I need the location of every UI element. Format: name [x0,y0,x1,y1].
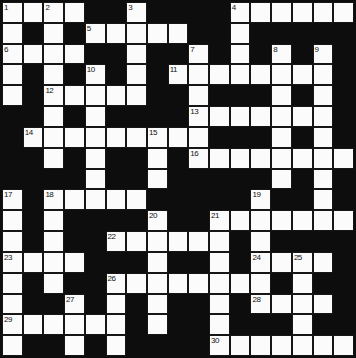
crossword-block [23,106,44,127]
crossword-block [106,44,127,65]
crossword-block [23,294,44,315]
crossword-cell[interactable] [2,64,23,85]
clue-number: 12 [45,86,53,95]
crossword-block [313,314,334,335]
crossword-cell[interactable] [271,127,292,148]
crossword-block [23,148,44,169]
crossword-cell[interactable] [292,294,313,315]
crossword-cell[interactable]: 22 [106,231,127,252]
crossword-block [168,294,189,315]
crossword-cell[interactable]: 7 [188,44,209,65]
crossword-block [64,273,85,294]
crossword-block [147,44,168,65]
crossword-cell[interactable] [188,127,209,148]
crossword-block [292,189,313,210]
crossword-block [333,106,354,127]
crossword-cell[interactable] [126,23,147,44]
crossword-block [271,231,292,252]
crossword-block [126,314,147,335]
crossword-cell[interactable] [43,44,64,65]
crossword-cell[interactable] [230,44,251,65]
crossword-cell[interactable] [250,64,271,85]
crossword-cell[interactable] [64,85,85,106]
crossword-block [43,335,64,356]
crossword-block [188,189,209,210]
crossword-cell[interactable] [23,314,44,335]
crossword-block [250,169,271,190]
crossword-block [126,169,147,190]
crossword-cell[interactable] [43,210,64,231]
clue-number: 22 [108,232,116,241]
crossword-block [333,231,354,252]
crossword-block [168,252,189,273]
crossword-block [230,252,251,273]
crossword-block [250,23,271,44]
clue-number: 8 [273,45,277,54]
crossword-cell[interactable] [126,85,147,106]
crossword-block [333,23,354,44]
crossword-cell[interactable] [250,148,271,169]
crossword-cell[interactable] [106,294,127,315]
crossword-cell[interactable] [250,335,271,356]
clue-number: 25 [294,253,302,262]
crossword-block [64,23,85,44]
crossword-cell[interactable] [43,23,64,44]
crossword-cell[interactable] [230,23,251,44]
crossword-block [168,210,189,231]
crossword-block [64,169,85,190]
crossword-block [147,106,168,127]
crossword-block [333,127,354,148]
crossword-block [168,44,189,65]
crossword-cell[interactable] [292,210,313,231]
crossword-block [230,294,251,315]
clue-number: 3 [128,3,132,12]
crossword-block [23,189,44,210]
crossword-block [271,189,292,210]
crossword-block [292,44,313,65]
crossword-cell[interactable] [271,169,292,190]
crossword-block [188,294,209,315]
crossword-cell[interactable] [271,252,292,273]
crossword-block [147,85,168,106]
crossword-cell[interactable] [230,106,251,127]
crossword-cell[interactable] [168,23,189,44]
crossword-block [333,85,354,106]
crossword-block [209,169,230,190]
crossword-cell[interactable]: 23 [2,252,23,273]
crossword-block [250,127,271,148]
crossword-cell[interactable] [43,273,64,294]
crossword-block [64,64,85,85]
crossword-cell[interactable] [313,148,334,169]
clue-number: 13 [190,107,198,116]
crossword-cell[interactable] [64,252,85,273]
crossword-block [271,314,292,335]
crossword-cell[interactable] [271,335,292,356]
crossword-block [85,210,106,231]
crossword-cell[interactable]: 13 [188,106,209,127]
crossword-cell[interactable] [126,231,147,252]
crossword-block [23,23,44,44]
clue-number: 20 [149,211,157,220]
crossword-block [292,127,313,148]
crossword-cell[interactable]: 21 [209,210,230,231]
crossword-cell[interactable] [147,231,168,252]
crossword-cell[interactable]: 18 [43,189,64,210]
crossword-cell[interactable] [313,2,334,23]
crossword-cell[interactable] [292,2,313,23]
crossword-block [271,23,292,44]
crossword-block [85,335,106,356]
crossword-cell[interactable] [333,2,354,23]
crossword-cell[interactable] [64,127,85,148]
crossword-cell[interactable]: 26 [106,273,127,294]
crossword-cell[interactable] [147,294,168,315]
crossword-block [147,189,168,210]
crossword-block [106,106,127,127]
crossword-cell[interactable] [106,23,127,44]
crossword-block [313,273,334,294]
crossword-cell[interactable]: 27 [64,294,85,315]
crossword-block [85,294,106,315]
crossword-cell[interactable] [292,148,313,169]
crossword-cell[interactable] [333,210,354,231]
crossword-cell[interactable] [209,231,230,252]
crossword-block [106,252,127,273]
crossword-block [168,2,189,23]
crossword-block [209,23,230,44]
crossword-block [106,64,127,85]
crossword-cell[interactable]: 11 [168,64,189,85]
crossword-cell[interactable] [126,44,147,65]
crossword-block [313,23,334,44]
clue-number: 17 [4,190,12,199]
crossword-cell[interactable] [292,273,313,294]
crossword-block [209,85,230,106]
crossword-cell[interactable] [250,231,271,252]
crossword-block [168,169,189,190]
crossword-cell[interactable] [43,314,64,335]
clue-number: 4 [232,3,236,12]
clue-number: 5 [87,24,91,33]
crossword-cell[interactable] [313,335,334,356]
crossword-block [230,127,251,148]
crossword-cell[interactable] [292,314,313,335]
crossword-block [2,169,23,190]
crossword-cell[interactable] [64,44,85,65]
crossword-block [43,294,64,315]
clue-number: 24 [252,253,260,262]
crossword-cell[interactable] [230,64,251,85]
crossword-cell[interactable] [126,64,147,85]
crossword-cell[interactable] [271,106,292,127]
crossword-block [2,127,23,148]
crossword-block [23,273,44,294]
crossword-block [188,335,209,356]
clue-number: 6 [4,45,8,54]
crossword-cell[interactable] [209,148,230,169]
crossword-cell[interactable] [250,106,271,127]
crossword-cell[interactable] [2,335,23,356]
clue-number: 30 [211,336,219,345]
crossword-cell[interactable] [168,231,189,252]
crossword-block [23,169,44,190]
crossword-cell[interactable] [147,169,168,190]
crossword-cell[interactable] [313,294,334,315]
crossword-cell[interactable]: 4 [230,2,251,23]
crossword-cell[interactable] [230,335,251,356]
crossword-block [333,252,354,273]
crossword-cell[interactable]: 10 [85,64,106,85]
crossword-cell[interactable] [64,314,85,335]
crossword-block [168,85,189,106]
crossword-cell[interactable] [43,64,64,85]
clue-number: 16 [190,149,198,158]
crossword-cell[interactable] [43,106,64,127]
crossword-cell[interactable] [43,231,64,252]
crossword-cell[interactable] [85,169,106,190]
crossword-cell[interactable] [2,294,23,315]
clue-number: 15 [149,128,157,137]
crossword-block [85,273,106,294]
clue-number: 27 [66,295,74,304]
crossword-cell[interactable] [2,85,23,106]
crossword-block [85,231,106,252]
crossword-cell[interactable] [188,64,209,85]
crossword-cell[interactable]: 3 [126,2,147,23]
crossword-cell[interactable] [126,273,147,294]
crossword-cell[interactable] [64,2,85,23]
crossword-cell[interactable] [230,273,251,294]
crossword-cell[interactable] [106,127,127,148]
crossword-cell[interactable] [2,23,23,44]
crossword-cell[interactable]: 5 [85,23,106,44]
crossword-cell[interactable] [313,210,334,231]
crossword-cell[interactable] [85,85,106,106]
crossword-cell[interactable] [168,273,189,294]
crossword-block [168,148,189,169]
crossword-cell[interactable] [313,85,334,106]
crossword-cell[interactable] [106,189,127,210]
crossword-cell[interactable] [313,252,334,273]
crossword-cell[interactable] [209,106,230,127]
crossword-cell[interactable] [106,335,127,356]
crossword-cell[interactable]: 30 [209,335,230,356]
crossword-cell[interactable] [188,85,209,106]
crossword-cell[interactable] [85,189,106,210]
crossword-cell[interactable] [64,335,85,356]
crossword-cell[interactable] [271,2,292,23]
crossword-cell[interactable] [85,314,106,335]
crossword-cell[interactable] [333,148,354,169]
crossword-cell[interactable] [85,148,106,169]
clue-number: 11 [170,65,177,74]
crossword-cell[interactable] [43,252,64,273]
crossword-cell[interactable]: 8 [271,44,292,65]
crossword-block [188,23,209,44]
crossword-cell[interactable] [209,314,230,335]
crossword-cell[interactable]: 24 [250,252,271,273]
crossword-cell[interactable] [250,273,271,294]
crossword-cell[interactable]: 14 [23,127,44,148]
crossword-block [85,2,106,23]
crossword-cell[interactable] [2,273,23,294]
crossword-cell[interactable] [230,148,251,169]
crossword-block [85,44,106,65]
crossword-block [188,252,209,273]
clue-number: 10 [87,65,95,74]
crossword-cell[interactable]: 12 [43,85,64,106]
crossword-block [313,231,334,252]
crossword-cell[interactable] [313,127,334,148]
crossword-cell[interactable] [313,169,334,190]
crossword-block [64,106,85,127]
clue-number: 9 [315,45,319,54]
crossword-block [230,85,251,106]
crossword-cell[interactable] [271,64,292,85]
crossword-cell[interactable] [23,44,44,65]
crossword-block [333,44,354,65]
crossword-cell[interactable] [126,189,147,210]
crossword-block [230,169,251,190]
crossword-cell[interactable] [64,189,85,210]
crossword-block [147,335,168,356]
crossword-cell[interactable] [2,210,23,231]
crossword-cell[interactable] [106,85,127,106]
crossword-cell[interactable] [147,252,168,273]
crossword-cell[interactable] [230,210,251,231]
crossword-cell[interactable] [313,64,334,85]
crossword-block [333,189,354,210]
crossword-cell[interactable] [147,273,168,294]
crossword-block [147,64,168,85]
crossword-cell[interactable] [147,148,168,169]
clue-number: 14 [25,128,33,137]
crossword-cell[interactable] [188,273,209,294]
crossword-block [292,23,313,44]
crossword-block [292,231,313,252]
crossword-block [209,189,230,210]
crossword-cell[interactable] [147,314,168,335]
crossword-block [168,189,189,210]
crossword-block [188,314,209,335]
crossword-cell[interactable]: 29 [2,314,23,335]
crossword-cell[interactable] [209,64,230,85]
crossword-cell[interactable] [2,231,23,252]
crossword-cell[interactable] [292,106,313,127]
crossword-cell[interactable] [168,127,189,148]
crossword-block [333,314,354,335]
crossword-block [106,210,127,231]
crossword-cell[interactable] [209,273,230,294]
crossword-cell[interactable]: 19 [250,189,271,210]
crossword-block [85,252,106,273]
crossword-cell[interactable] [85,127,106,148]
crossword-cell[interactable]: 28 [250,294,271,315]
crossword-block [23,335,44,356]
crossword-cell[interactable]: 25 [292,252,313,273]
crossword-block [209,44,230,65]
crossword-block [333,64,354,85]
crossword-cell[interactable] [209,252,230,273]
crossword-block [126,148,147,169]
crossword-cell[interactable] [292,64,313,85]
crossword-cell[interactable] [271,210,292,231]
crossword-cell[interactable] [43,127,64,148]
crossword-block [230,314,251,335]
crossword-cell[interactable]: 2 [43,2,64,23]
clue-number: 7 [190,45,194,54]
crossword-block [292,169,313,190]
crossword-block [106,2,127,23]
crossword-block [333,169,354,190]
crossword-block [126,210,147,231]
crossword-block [126,106,147,127]
crossword-cell[interactable] [85,106,106,127]
crossword-block [168,106,189,127]
crossword-block [168,314,189,335]
crossword-cell[interactable] [43,148,64,169]
crossword-block [230,189,251,210]
crossword-cell[interactable] [209,294,230,315]
clue-number: 1 [4,3,8,12]
crossword-block [23,210,44,231]
crossword-block [168,335,189,356]
crossword-block [23,64,44,85]
crossword-cell[interactable] [23,2,44,23]
crossword-block [126,294,147,315]
crossword-block [271,273,292,294]
crossword-block [126,335,147,356]
crossword-block [333,273,354,294]
crossword-cell[interactable] [147,23,168,44]
crossword-cell[interactable] [250,210,271,231]
crossword-cell[interactable]: 1 [2,2,23,23]
crossword-block [23,85,44,106]
crossword-block [23,231,44,252]
crossword-cell[interactable] [313,106,334,127]
crossword-cell[interactable] [126,127,147,148]
crossword-cell[interactable] [188,231,209,252]
crossword-cell[interactable]: 6 [2,44,23,65]
crossword-cell[interactable]: 9 [313,44,334,65]
crossword-cell[interactable] [292,335,313,356]
clue-number: 28 [252,295,260,304]
clue-number: 2 [45,3,49,12]
crossword-cell[interactable] [250,2,271,23]
crossword-block [188,169,209,190]
crossword-block [2,148,23,169]
crossword-block [64,210,85,231]
crossword-cell[interactable] [23,252,44,273]
crossword-cell[interactable] [313,189,334,210]
crossword-cell[interactable]: 16 [188,148,209,169]
crossword-cell[interactable]: 17 [2,189,23,210]
crossword-cell[interactable]: 20 [147,210,168,231]
crossword-cell[interactable] [106,314,127,335]
clue-number: 18 [45,190,53,199]
crossword-block [250,44,271,65]
crossword-cell[interactable] [333,335,354,356]
crossword-cell[interactable]: 15 [147,127,168,148]
clue-number: 23 [4,253,12,262]
crossword-cell[interactable] [271,294,292,315]
crossword-cell[interactable] [271,148,292,169]
crossword-block [188,2,209,23]
crossword-cell[interactable] [271,85,292,106]
crossword-block [106,148,127,169]
